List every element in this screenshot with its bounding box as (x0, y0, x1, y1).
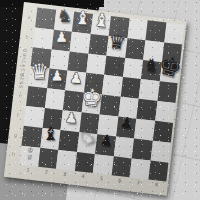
square-d7[interactable] (139, 79, 160, 101)
square-a6[interactable] (127, 18, 148, 40)
square-d6[interactable] (120, 77, 141, 99)
square-e7[interactable] (136, 99, 157, 121)
square-b6[interactable] (125, 38, 146, 60)
rank-label-4: 4 (73, 172, 93, 185)
square-c5[interactable] (104, 55, 125, 77)
chess-board: abcdefgh 12345678 QUICKCHESS ♞♝♝♟♛♞♚♛♟♟♚… (4, 2, 187, 196)
square-e5[interactable] (100, 95, 121, 117)
board-logo: ♔ ♕ (20, 144, 40, 165)
square-h5[interactable] (93, 154, 114, 176)
square-d8[interactable] (157, 81, 178, 103)
black-pawn: ♟ (98, 133, 113, 150)
crown-queen-icon: ♕ (26, 154, 33, 162)
rank-label-6: 6 (110, 176, 130, 189)
square-h8[interactable] (148, 160, 169, 182)
square-b2[interactable]: ♟ (51, 29, 72, 51)
square-c6[interactable] (123, 58, 144, 80)
square-b1[interactable] (33, 27, 54, 49)
square-h6[interactable] (111, 156, 132, 178)
black-pawn: ♟ (118, 115, 134, 132)
square-f6[interactable]: ♟ (116, 117, 137, 139)
square-g4[interactable]: ♞ (77, 132, 98, 154)
rank-label-1: 1 (18, 166, 38, 179)
file-label-f: f (11, 104, 25, 125)
square-c8[interactable]: ♚ (159, 62, 180, 84)
rank-label-5: 5 (91, 174, 111, 187)
photo-frame: abcdefgh 12345678 QUICKCHESS ♞♝♝♟♛♞♚♛♟♟♚… (0, 0, 200, 200)
square-h7[interactable] (130, 158, 151, 180)
square-g2[interactable]: ♝ (40, 128, 61, 150)
rank-label-3: 3 (55, 170, 75, 183)
rank-label-8: 8 (147, 180, 167, 193)
square-h3[interactable] (56, 149, 77, 171)
square-g5[interactable]: ♟ (95, 134, 116, 156)
square-c4[interactable] (86, 53, 107, 75)
square-f7[interactable] (134, 119, 155, 141)
square-e8[interactable] (155, 101, 176, 123)
square-e1[interactable] (26, 86, 47, 108)
rank-label-2: 2 (36, 168, 56, 181)
board-grid: ♞♝♝♟♛♞♚♛♟♟♚♟♟♝♞♟ (19, 8, 184, 182)
square-b3[interactable] (70, 32, 91, 54)
square-g7[interactable] (132, 138, 153, 160)
white-pawn: ♟ (69, 71, 82, 86)
square-d5[interactable] (102, 75, 123, 97)
square-a7[interactable] (145, 20, 166, 42)
square-g8[interactable] (150, 140, 171, 162)
square-g3[interactable] (58, 130, 79, 152)
white-pawn: ♟ (56, 30, 69, 44)
square-e4[interactable]: ♚ (81, 93, 102, 115)
square-a1[interactable] (35, 8, 56, 30)
black-bishop: ♝ (42, 124, 59, 143)
square-a8[interactable] (164, 22, 185, 44)
white-king: ♚ (81, 85, 104, 110)
square-a4[interactable]: ♝ (90, 14, 111, 36)
white-pawn: ♟ (65, 110, 78, 125)
square-d2[interactable]: ♟ (47, 69, 68, 91)
file-label-a: a (22, 6, 36, 27)
square-h2[interactable] (38, 147, 59, 169)
square-b5[interactable]: ♛ (106, 36, 127, 58)
square-d1[interactable]: ♛ (28, 67, 49, 89)
white-queen: ♛ (30, 61, 50, 83)
square-f8[interactable] (152, 121, 173, 143)
rank-label-7: 7 (128, 178, 148, 191)
black-queen: ♛ (107, 30, 128, 52)
square-f3[interactable]: ♟ (61, 110, 82, 132)
white-bishop: ♝ (92, 10, 110, 29)
square-e2[interactable] (44, 88, 65, 110)
square-g6[interactable] (113, 136, 134, 158)
file-label-b: b (20, 26, 34, 47)
square-a3[interactable]: ♝ (72, 12, 93, 34)
file-label-g: g (9, 124, 23, 145)
white-bishop: ♝ (74, 9, 91, 28)
file-label-h: h (6, 144, 20, 165)
square-h4[interactable] (74, 152, 95, 174)
white-pawn: ♟ (51, 69, 64, 83)
black-knight: ♞ (56, 7, 72, 25)
